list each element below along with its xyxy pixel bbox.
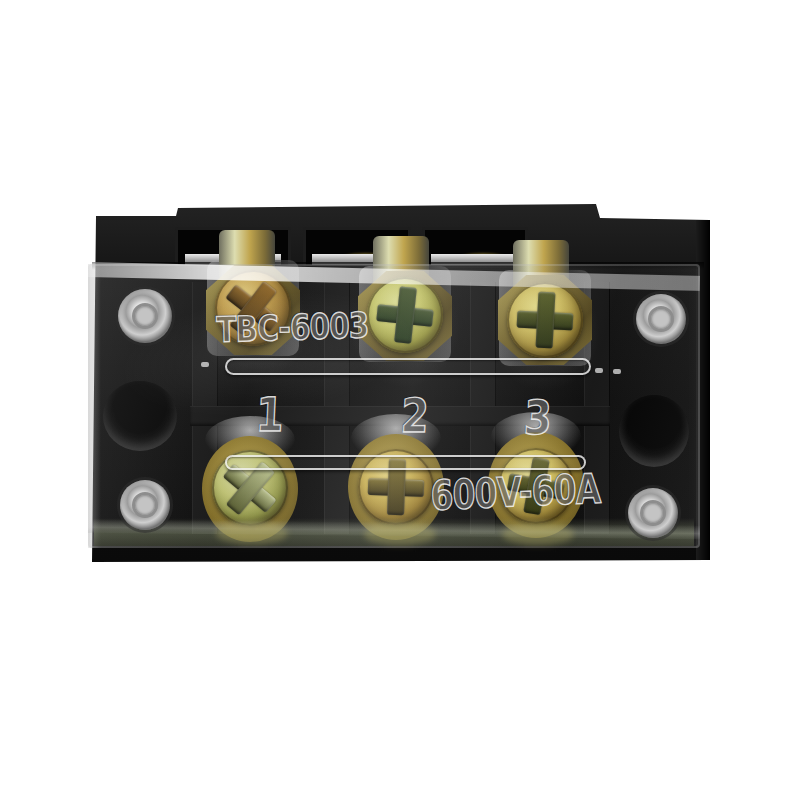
model-label: TBC-6003 [216, 308, 369, 348]
engraved-tick-1 [201, 362, 209, 367]
cover-rivet-top-left [118, 289, 172, 343]
terminal-number-3: 3 [523, 394, 553, 441]
reflection-smudge-3 [502, 523, 574, 545]
rating-label: 600V-60A [430, 469, 601, 517]
terminal-block: TBC-6003 1 2 3 600V-60A [86, 204, 710, 562]
engraved-tick-3 [613, 369, 621, 374]
engraved-slot-1 [225, 358, 591, 375]
cover-top-bevel [88, 262, 700, 291]
engraved-tick-2 [595, 368, 603, 373]
reflection-smudge-1 [216, 522, 288, 544]
cover-rivet-top-right [636, 294, 686, 344]
photo-canvas: TBC-6003 1 2 3 600V-60A [0, 0, 800, 800]
cover-left-bevel [88, 264, 101, 548]
transparent-cover [88, 264, 700, 548]
cover-rivet-bottom-right [628, 488, 678, 538]
terminal-number-1: 1 [255, 391, 285, 438]
terminal-number-2: 2 [400, 392, 430, 439]
reflection-smudge-2 [364, 523, 436, 545]
cover-rivet-bottom-left [120, 480, 170, 530]
